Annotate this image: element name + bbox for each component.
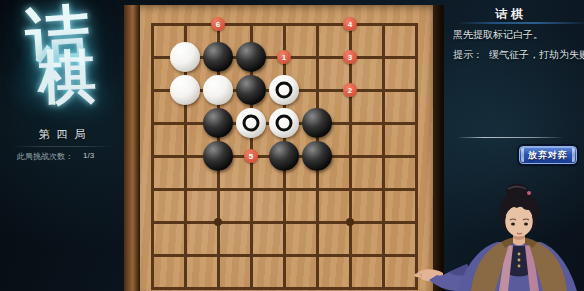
panel-title: 诘棋: [448, 6, 570, 23]
panel-title-divider: [460, 22, 584, 24]
stone-black: [203, 141, 233, 171]
button-divider: [458, 137, 563, 138]
move-marker-2: 2: [343, 83, 357, 97]
stone-black: [203, 108, 233, 138]
stone-white: [170, 75, 200, 105]
hint-text: 缓气征子，打劫为失败。: [489, 49, 584, 60]
stone-black: [269, 141, 299, 171]
star-point: [214, 218, 222, 226]
sidebar-divider: [12, 146, 112, 147]
game-screen: 诘 棋 第四局 此局挑战次数： 1/3 123456 诘棋 黑先提取标记白子。 …: [0, 0, 584, 291]
star-point: [346, 218, 354, 226]
move-marker-4: 4: [343, 17, 357, 31]
stone-white-marked: [269, 75, 299, 105]
objective-text: 黑先提取标记白子。: [453, 28, 543, 42]
move-marker-1: 1: [277, 50, 291, 64]
stone-white: [203, 75, 233, 105]
stone-black: [203, 42, 233, 72]
move-marker-6: 6: [211, 17, 225, 31]
character-head: [499, 184, 539, 237]
attempts-label: 此局挑战次数：: [17, 151, 73, 162]
stone-black: [236, 42, 266, 72]
move-marker-5: 5: [244, 149, 258, 163]
stone-black: [302, 108, 332, 138]
give-up-button[interactable]: 放弃对弈: [519, 146, 577, 164]
stone-white-marked: [269, 108, 299, 138]
hint-label: 提示：: [453, 49, 483, 60]
calligraphy-title-char-2: 棋: [37, 47, 97, 107]
sidebar: 诘 棋 第四局 此局挑战次数： 1/3: [0, 0, 124, 291]
move-marker-3: 3: [343, 50, 357, 64]
character-portrait: [413, 180, 584, 291]
round-label: 第四局: [0, 127, 124, 142]
stone-white-marked: [236, 108, 266, 138]
character-body: [457, 234, 577, 291]
attempts-value: 1/3: [83, 151, 94, 160]
hint-line: 提示：缓气征子，打劫为失败。: [453, 48, 584, 62]
board-grid[interactable]: 123456: [136, 8, 433, 291]
stone-black: [236, 75, 266, 105]
stone-white: [170, 42, 200, 72]
stone-black: [302, 141, 332, 171]
